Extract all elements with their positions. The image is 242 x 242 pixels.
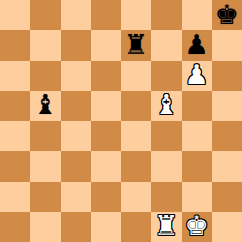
square-d1[interactable] xyxy=(91,212,121,242)
square-c4[interactable] xyxy=(61,121,91,151)
square-f5[interactable]: ♝ xyxy=(151,91,181,121)
square-b8[interactable] xyxy=(30,0,60,30)
square-e8[interactable] xyxy=(121,0,151,30)
square-h5[interactable] xyxy=(212,91,242,121)
square-a6[interactable] xyxy=(0,61,30,91)
square-g8[interactable] xyxy=(182,0,212,30)
black-bishop-icon[interactable]: ♝ xyxy=(33,91,57,118)
square-c3[interactable] xyxy=(61,151,91,181)
square-a8[interactable] xyxy=(0,0,30,30)
white-pawn-icon[interactable]: ♟ xyxy=(185,61,209,88)
square-c6[interactable] xyxy=(61,61,91,91)
square-f3[interactable] xyxy=(151,151,181,181)
square-g5[interactable] xyxy=(182,91,212,121)
square-e7[interactable]: ♜ xyxy=(121,30,151,60)
square-b1[interactable] xyxy=(30,212,60,242)
square-g3[interactable] xyxy=(182,151,212,181)
square-h4[interactable] xyxy=(212,121,242,151)
square-h7[interactable] xyxy=(212,30,242,60)
square-f4[interactable] xyxy=(151,121,181,151)
square-h3[interactable] xyxy=(212,151,242,181)
white-bishop-icon[interactable]: ♝ xyxy=(154,91,178,118)
square-h1[interactable] xyxy=(212,212,242,242)
square-g2[interactable] xyxy=(182,182,212,212)
square-h8[interactable]: ♚ xyxy=(212,0,242,30)
black-pawn-icon[interactable]: ♟ xyxy=(185,31,209,58)
square-e1[interactable] xyxy=(121,212,151,242)
square-c2[interactable] xyxy=(61,182,91,212)
square-e4[interactable] xyxy=(121,121,151,151)
square-b6[interactable] xyxy=(30,61,60,91)
square-e6[interactable] xyxy=(121,61,151,91)
square-f2[interactable] xyxy=(151,182,181,212)
square-d8[interactable] xyxy=(91,0,121,30)
square-g7[interactable]: ♟ xyxy=(182,30,212,60)
black-king-icon[interactable]: ♚ xyxy=(215,1,239,28)
square-a5[interactable] xyxy=(0,91,30,121)
square-b4[interactable] xyxy=(30,121,60,151)
square-d6[interactable] xyxy=(91,61,121,91)
white-king-icon[interactable]: ♚ xyxy=(185,212,209,239)
square-f8[interactable] xyxy=(151,0,181,30)
square-a3[interactable] xyxy=(0,151,30,181)
square-g1[interactable]: ♚ xyxy=(182,212,212,242)
square-f1[interactable]: ♜ xyxy=(151,212,181,242)
square-c5[interactable] xyxy=(61,91,91,121)
square-b3[interactable] xyxy=(30,151,60,181)
square-h6[interactable] xyxy=(212,61,242,91)
square-b5[interactable]: ♝ xyxy=(30,91,60,121)
square-a4[interactable] xyxy=(0,121,30,151)
square-f6[interactable] xyxy=(151,61,181,91)
square-d2[interactable] xyxy=(91,182,121,212)
square-d5[interactable] xyxy=(91,91,121,121)
square-g4[interactable] xyxy=(182,121,212,151)
white-rook-icon[interactable]: ♜ xyxy=(154,212,178,239)
square-a2[interactable] xyxy=(0,182,30,212)
square-g6[interactable]: ♟ xyxy=(182,61,212,91)
square-d7[interactable] xyxy=(91,30,121,60)
square-c7[interactable] xyxy=(61,30,91,60)
square-e5[interactable] xyxy=(121,91,151,121)
square-c1[interactable] xyxy=(61,212,91,242)
square-c8[interactable] xyxy=(61,0,91,30)
square-a1[interactable] xyxy=(0,212,30,242)
square-e3[interactable] xyxy=(121,151,151,181)
square-b2[interactable] xyxy=(30,182,60,212)
square-h2[interactable] xyxy=(212,182,242,212)
square-e2[interactable] xyxy=(121,182,151,212)
square-d4[interactable] xyxy=(91,121,121,151)
square-b7[interactable] xyxy=(30,30,60,60)
square-a7[interactable] xyxy=(0,30,30,60)
black-rook-icon[interactable]: ♜ xyxy=(124,31,148,58)
square-d3[interactable] xyxy=(91,151,121,181)
chess-board: ♚♜♟♟♝♝♜♚ xyxy=(0,0,242,242)
square-f7[interactable] xyxy=(151,30,181,60)
